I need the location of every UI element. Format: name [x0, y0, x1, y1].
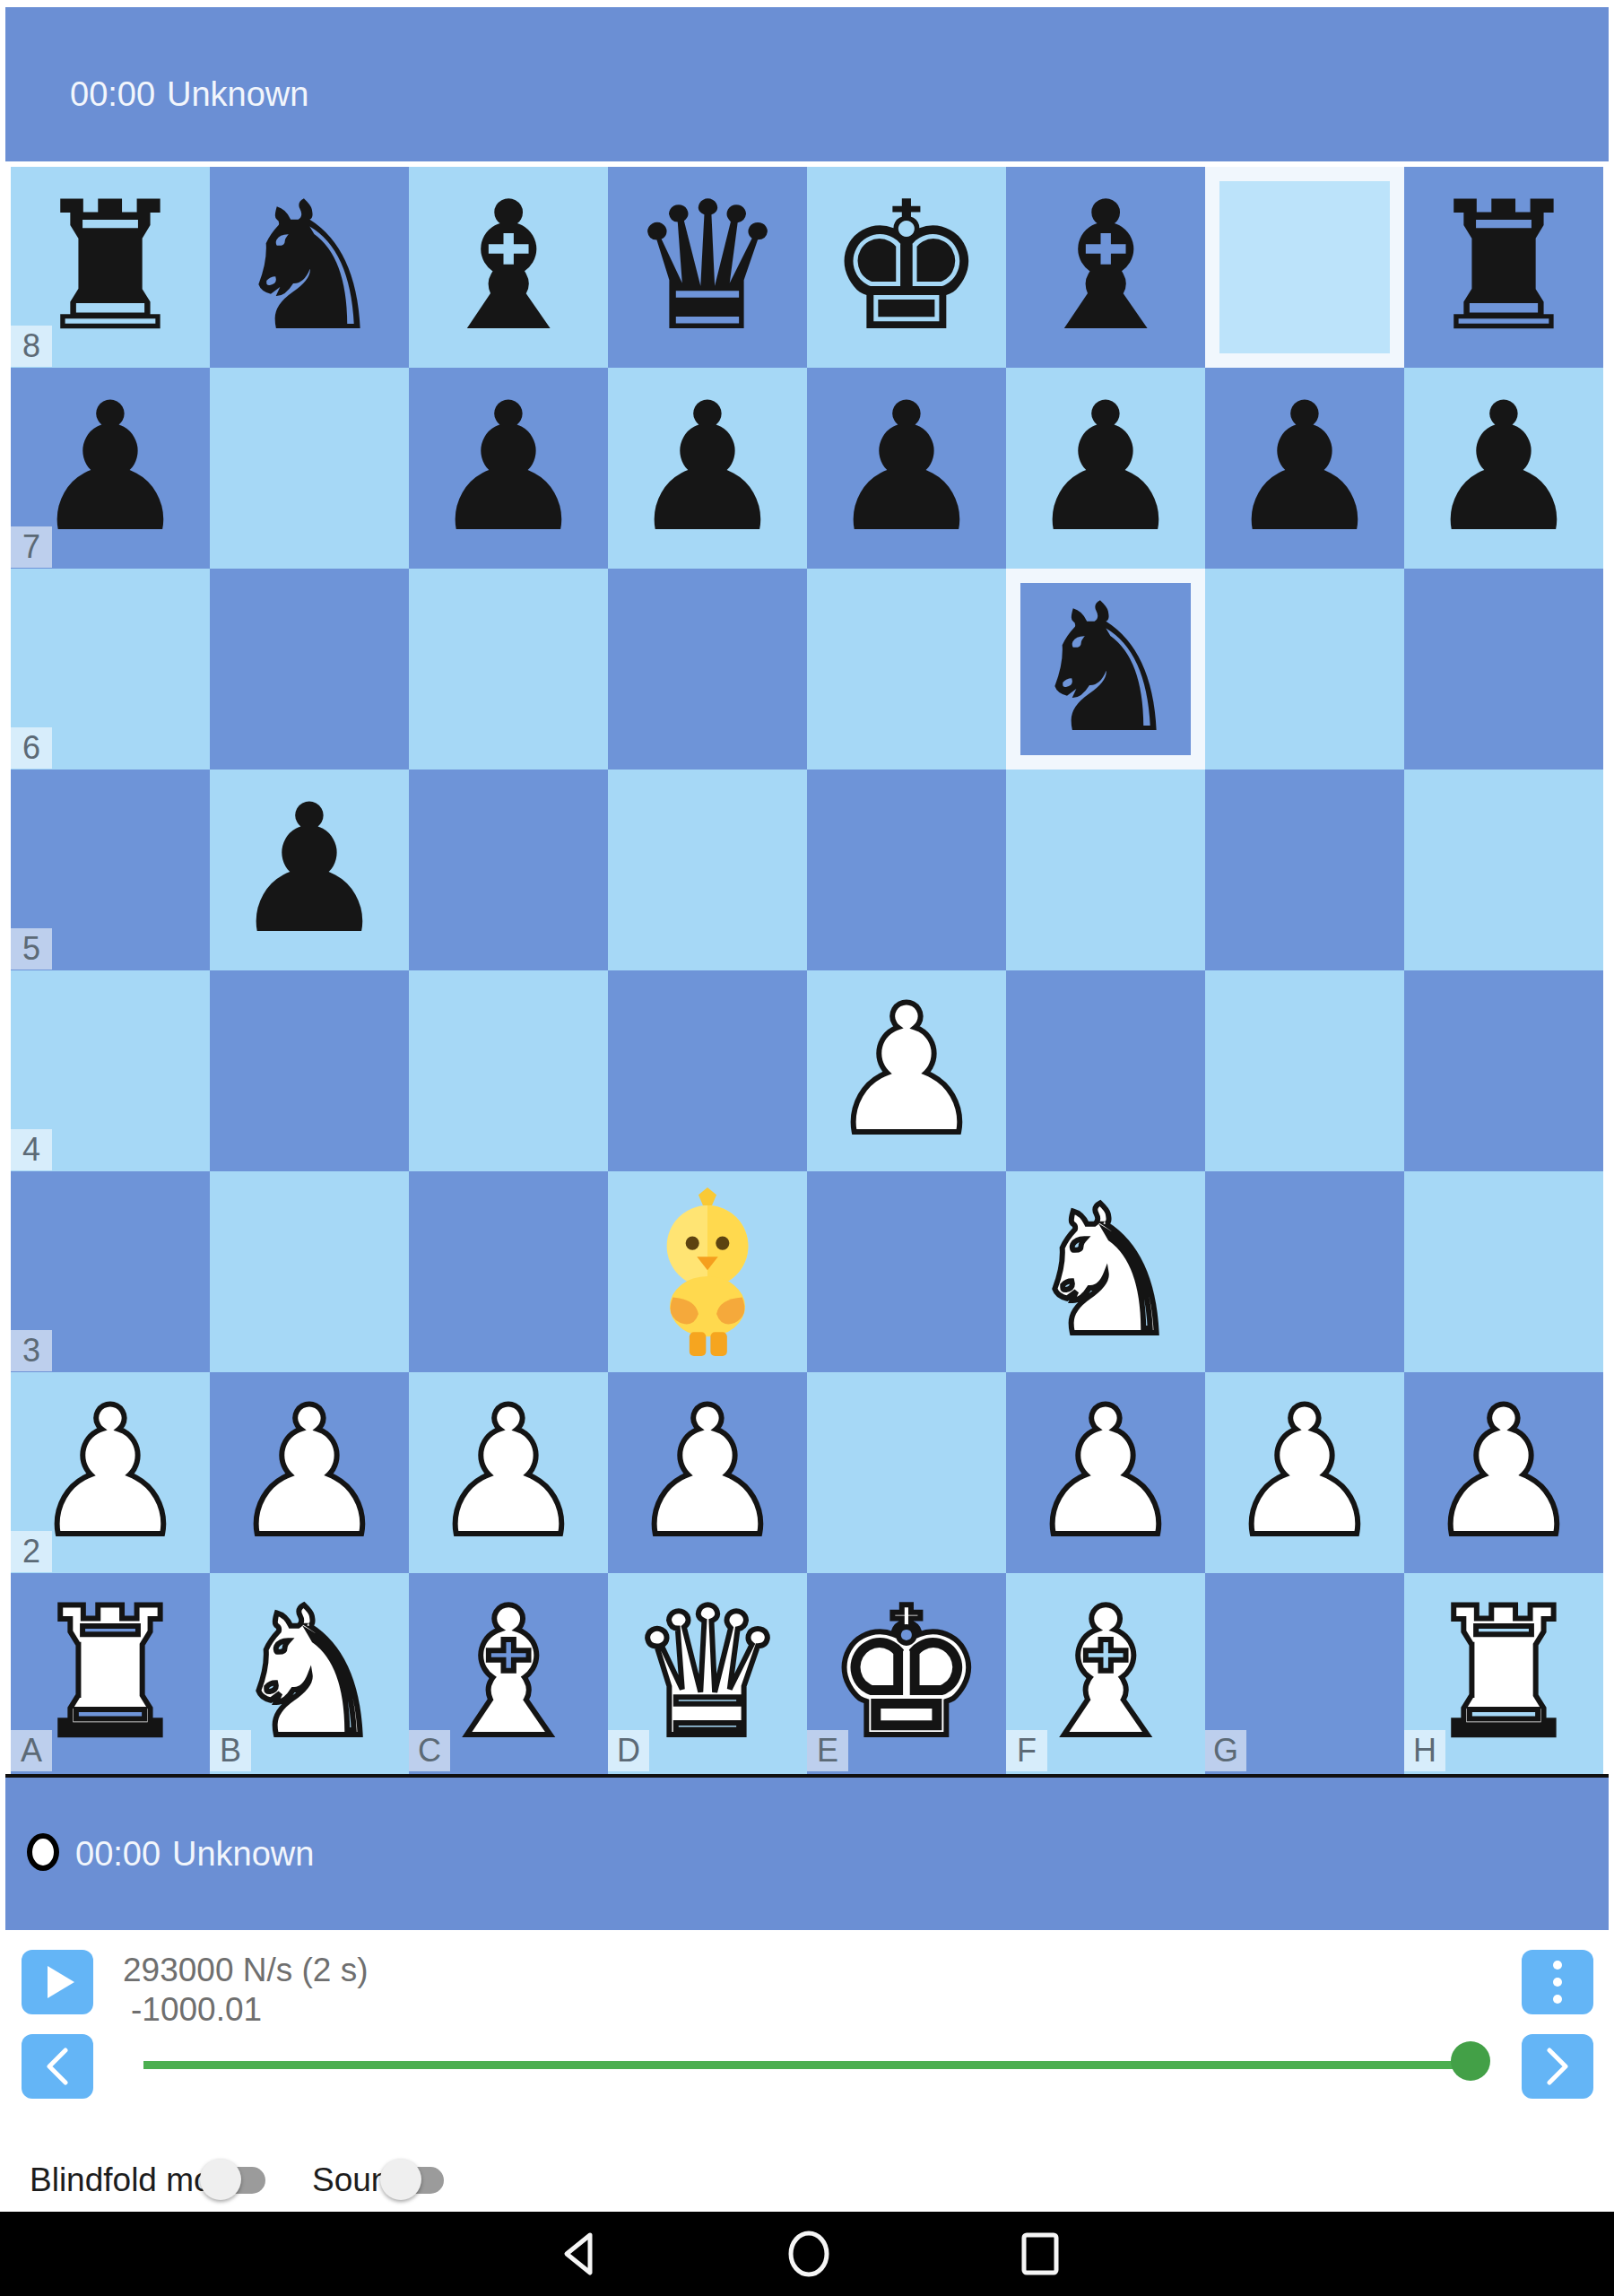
vertical-ellipsis-icon [1553, 1961, 1562, 2004]
rank-label-3: 3 [11, 1330, 52, 1371]
back-button[interactable] [556, 2231, 603, 2277]
player-bar: 00:00 Unknown [5, 1778, 1609, 1930]
rank-label-8: 8 [11, 326, 52, 367]
black-knight: ♞ [1006, 569, 1205, 770]
file-label-e: E [807, 1730, 848, 1771]
square-g2[interactable]: ♟ [1205, 1372, 1404, 1573]
white-pawn: ♟ [1404, 1372, 1603, 1573]
square-d8[interactable]: ♛ [608, 167, 807, 368]
player-name: Unknown [172, 1835, 314, 1874]
square-g7[interactable]: ♟ [1205, 368, 1404, 569]
rank-label-6: 6 [11, 727, 52, 769]
square-b8[interactable]: ♞ [210, 167, 409, 368]
square-h4[interactable] [1404, 970, 1603, 1171]
chess-board: ♜♞♝♛♚♝♜♟♟♟♟♟♟♟♞♟♟ ♞♟♟♟♟♟♟♟♜♞♝♛♚♝♜8765432… [11, 167, 1603, 1774]
slider-thumb[interactable] [1451, 2041, 1490, 2081]
square-c3[interactable] [409, 1171, 608, 1372]
file-label-d: D [608, 1730, 649, 1771]
square-e6[interactable] [807, 569, 1006, 770]
game-progress-slider[interactable] [143, 2061, 1472, 2069]
chevron-left-icon [42, 2047, 73, 2086]
square-c7[interactable]: ♟ [409, 368, 608, 569]
black-bishop: ♝ [1006, 167, 1205, 368]
square-c6[interactable] [409, 569, 608, 770]
square-e7[interactable]: ♟ [807, 368, 1006, 569]
turn-radio-indicator[interactable] [27, 1833, 59, 1871]
square-d5[interactable] [608, 770, 807, 970]
black-pawn: ♟ [409, 368, 608, 569]
black-pawn: ♟ [1006, 368, 1205, 569]
white-pawn: ♟ [210, 1372, 409, 1573]
engine-nps-text: 293000 N/s (2 s) [123, 1952, 369, 1989]
square-d2[interactable]: ♟ [608, 1372, 807, 1573]
white-pawn: ♟ [1006, 1372, 1205, 1573]
black-knight: ♞ [210, 167, 409, 368]
square-h3[interactable] [1404, 1171, 1603, 1372]
square-e8[interactable]: ♚ [807, 167, 1006, 368]
square-b6[interactable] [210, 569, 409, 770]
file-label-h: H [1404, 1730, 1445, 1771]
black-pawn: ♟ [807, 368, 1006, 569]
square-e3[interactable] [807, 1171, 1006, 1372]
prev-move-button[interactable] [22, 2034, 93, 2099]
sound-switch-thumb[interactable] [380, 2159, 421, 2200]
square-b5[interactable]: ♟ [210, 770, 409, 970]
black-pawn: ♟ [1205, 368, 1404, 569]
square-g5[interactable] [1205, 770, 1404, 970]
play-icon [48, 1966, 74, 1998]
white-pawn: ♟ [807, 970, 1006, 1171]
square-b2[interactable]: ♟ [210, 1372, 409, 1573]
square-h7[interactable]: ♟ [1404, 368, 1603, 569]
square-e2[interactable] [807, 1372, 1006, 1573]
square-h6[interactable] [1404, 569, 1603, 770]
android-nav-bar [0, 2212, 1614, 2296]
square-f5[interactable] [1006, 770, 1205, 970]
square-e4[interactable]: ♟ [807, 970, 1006, 1171]
menu-button[interactable] [1522, 1950, 1593, 2014]
square-e5[interactable] [807, 770, 1006, 970]
black-bishop: ♝ [409, 167, 608, 368]
black-pawn: ♟ [210, 770, 409, 970]
black-pawn: ♟ [1404, 368, 1603, 569]
player-clock: 00:00 [75, 1835, 161, 1874]
recents-button[interactable] [1017, 2231, 1063, 2277]
square-c8[interactable]: ♝ [409, 167, 608, 368]
white-pawn: ♟ [1205, 1372, 1404, 1573]
square-d3[interactable] [608, 1171, 807, 1372]
file-label-f: F [1006, 1730, 1047, 1771]
rank-label-5: 5 [11, 928, 52, 970]
square-b7[interactable] [210, 368, 409, 569]
square-h2[interactable]: ♟ [1404, 1372, 1603, 1573]
white-pawn: ♟ [608, 1372, 807, 1573]
home-button[interactable] [785, 2231, 832, 2277]
square-g4[interactable] [1205, 970, 1404, 1171]
rank-label-7: 7 [11, 526, 52, 568]
square-g8[interactable] [1205, 167, 1404, 368]
square-d4[interactable] [608, 970, 807, 1171]
square-d6[interactable] [608, 569, 807, 770]
opponent-name: Unknown [167, 75, 308, 114]
square-c4[interactable] [409, 970, 608, 1171]
chess-app-screen: 00:00 Unknown ♜♞♝♛♚♝♜♟♟♟♟♟♟♟♞♟♟ ♞♟♟♟♟♟♟♟… [0, 0, 1614, 2296]
square-f6[interactable]: ♞ [1006, 569, 1205, 770]
square-f7[interactable]: ♟ [1006, 368, 1205, 569]
duck-piece [608, 1171, 807, 1372]
square-c2[interactable]: ♟ [409, 1372, 608, 1573]
next-move-button[interactable] [1522, 2034, 1593, 2099]
opponent-clock: 00:00 [70, 75, 155, 114]
square-d7[interactable]: ♟ [608, 368, 807, 569]
white-knight: ♞ [1006, 1171, 1205, 1372]
black-pawn: ♟ [608, 368, 807, 569]
opponent-bar: 00:00 Unknown [5, 7, 1609, 161]
square-h5[interactable] [1404, 770, 1603, 970]
engine-eval-text: -1000.01 [131, 1991, 262, 2029]
square-c5[interactable] [409, 770, 608, 970]
rank-label-2: 2 [11, 1531, 52, 1572]
black-rook: ♜ [1404, 167, 1603, 368]
square-f4[interactable] [1006, 970, 1205, 1171]
square-f3[interactable]: ♞ [1006, 1171, 1205, 1372]
square-b3[interactable] [210, 1171, 409, 1372]
chevron-right-icon [1542, 2047, 1573, 2086]
square-h8[interactable]: ♜ [1404, 167, 1603, 368]
rank-label-4: 4 [11, 1129, 52, 1170]
square-f2[interactable]: ♟ [1006, 1372, 1205, 1573]
engine-play-button[interactable] [22, 1950, 93, 2014]
file-label-b: B [210, 1730, 251, 1771]
file-label-a: A [11, 1730, 52, 1771]
white-pawn: ♟ [409, 1372, 608, 1573]
black-king: ♚ [807, 167, 1006, 368]
blindfold-switch-thumb[interactable] [200, 2159, 241, 2200]
file-label-g: G [1205, 1730, 1246, 1771]
square-b4[interactable] [210, 970, 409, 1171]
file-label-c: C [409, 1730, 450, 1771]
square-f8[interactable]: ♝ [1006, 167, 1205, 368]
square-g6[interactable] [1205, 569, 1404, 770]
black-queen: ♛ [608, 167, 807, 368]
square-g3[interactable] [1205, 1171, 1404, 1372]
duck-piece-template [632, 1186, 783, 1358]
